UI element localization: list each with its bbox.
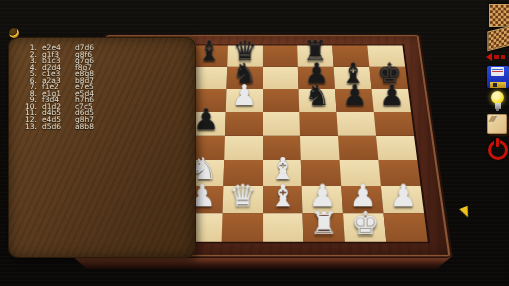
square-e1[interactable] <box>263 213 304 241</box>
white-queen[interactable]: ♛ <box>222 177 262 213</box>
square-h2[interactable]: ♟ <box>381 186 424 213</box>
square-g1[interactable]: ♚ <box>343 213 386 241</box>
hint-icon[interactable] <box>489 91 507 113</box>
save-icon[interactable] <box>487 66 509 88</box>
board-3d-view-icon[interactable] <box>487 26 509 51</box>
undo-icon[interactable] <box>486 53 508 62</box>
undo-bar <box>501 55 505 59</box>
black-pawn[interactable]: ♟ <box>337 79 374 112</box>
square-f5[interactable] <box>300 112 339 136</box>
square-h1[interactable] <box>384 213 428 241</box>
square-f6[interactable]: ♞ <box>299 89 337 112</box>
toolbar: //// <box>475 0 509 170</box>
undo-arrow <box>486 53 492 61</box>
white-king[interactable]: ♚ <box>345 205 386 242</box>
power-stick <box>496 138 499 147</box>
undo-bar <box>494 55 499 59</box>
list-marks: //// <box>489 116 494 123</box>
move-list-icon[interactable]: //// <box>487 114 507 134</box>
board-2d-view-icon[interactable] <box>489 4 509 27</box>
square-e5[interactable] <box>263 112 301 136</box>
white-move: d5d6 <box>42 124 75 131</box>
square-e6[interactable] <box>263 89 300 112</box>
move-list: 1.e2e4d7d62.g1f3g8f63.b1c3g7g64.d2d4f8g7… <box>8 37 196 130</box>
square-e2[interactable]: ♝ <box>263 186 303 213</box>
square-c8[interactable]: ♝ <box>191 46 227 67</box>
white-pawn[interactable]: ♟ <box>383 177 423 213</box>
move-number: 13. <box>22 124 37 131</box>
square-g6[interactable]: ♟ <box>335 89 374 112</box>
square-g5[interactable] <box>337 112 376 136</box>
square-f4[interactable] <box>300 136 339 161</box>
black-move: a8b8 <box>75 124 108 131</box>
square-d5[interactable] <box>225 112 263 136</box>
white-pawn[interactable]: ♟ <box>225 79 262 112</box>
square-d4[interactable] <box>224 136 263 161</box>
mouse-cursor <box>459 206 471 220</box>
floppy-stripe <box>492 69 503 70</box>
black-knight[interactable]: ♞ <box>300 79 337 112</box>
square-h5[interactable] <box>374 112 414 136</box>
square-g4[interactable] <box>338 136 378 161</box>
square-e8[interactable] <box>263 46 299 67</box>
square-h4[interactable] <box>376 136 417 161</box>
white-bishop[interactable]: ♝ <box>263 177 303 213</box>
square-e7[interactable] <box>263 67 299 89</box>
power-icon[interactable] <box>487 138 507 158</box>
move-row: 13.d5d6a8b8 <box>22 124 196 131</box>
clock-icon <box>9 28 19 38</box>
square-f1[interactable]: ♜ <box>303 213 345 241</box>
square-d2[interactable]: ♛ <box>222 186 262 213</box>
move-list-panel: 1.e2e4d7d62.g1f3g8f63.b1c3g7g64.d2d4f8g7… <box>8 37 196 258</box>
square-d6[interactable]: ♟ <box>225 89 262 112</box>
square-d1[interactable] <box>221 213 262 241</box>
floppy-notch <box>493 83 497 87</box>
black-bishop[interactable]: ♝ <box>191 35 227 67</box>
bulb-tip <box>496 109 499 111</box>
white-rook[interactable]: ♜ <box>304 205 345 242</box>
square-h6[interactable]: ♟ <box>372 89 411 112</box>
black-pawn[interactable]: ♟ <box>374 79 411 112</box>
